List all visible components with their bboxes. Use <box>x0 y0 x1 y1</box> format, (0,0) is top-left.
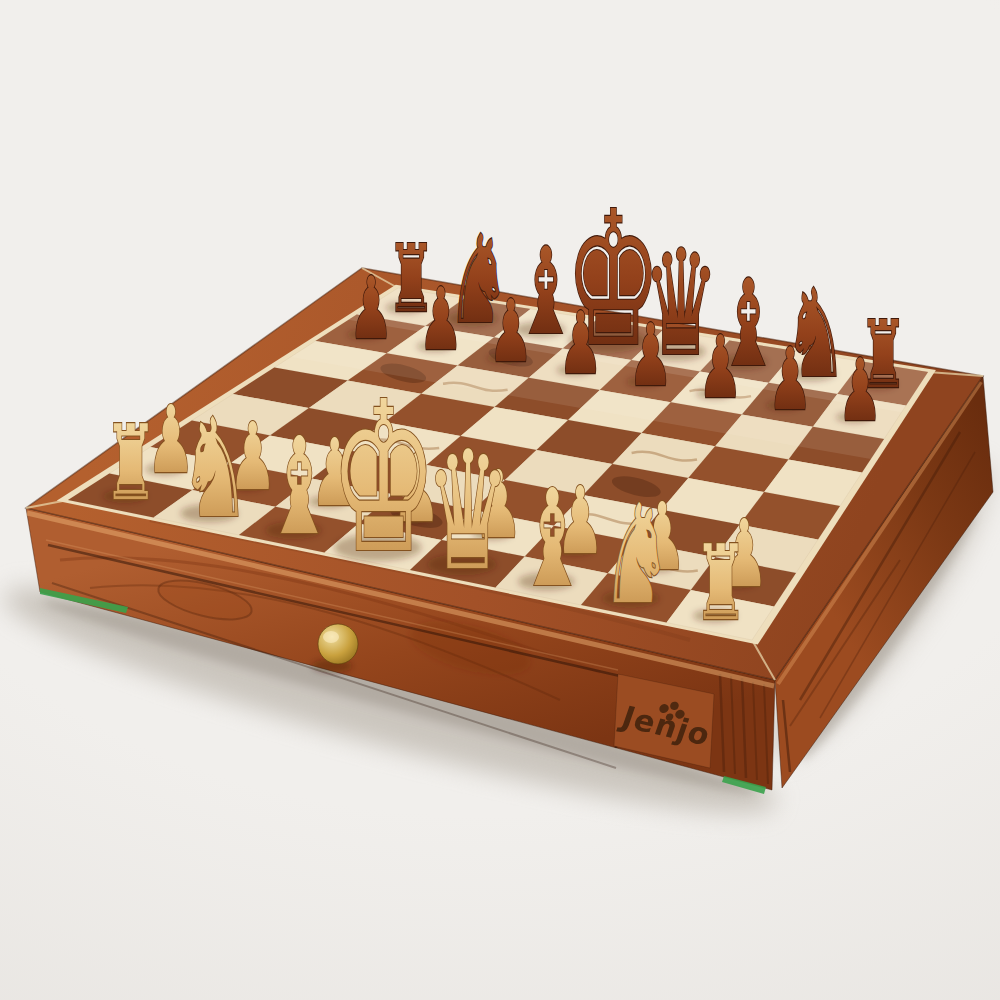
product-photo-scene: Jenjo <box>0 0 1000 1000</box>
piece-black-pawn: ♟ <box>349 258 394 358</box>
piece-black-pawn: ♟ <box>628 305 673 405</box>
piece-white-rook: ♜ <box>104 403 158 524</box>
piece-white-knight: ♞ <box>601 474 672 633</box>
piece-black-pawn: ♟ <box>488 282 533 382</box>
piece-white-queen: ♛ <box>425 416 510 607</box>
piece-white-rook: ♜ <box>694 522 748 643</box>
piece-black-pawn: ♟ <box>838 341 883 441</box>
piece-white-bishop: ♝ <box>517 460 587 617</box>
piece-black-pawn: ♟ <box>698 317 743 417</box>
piece-black-pawn: ♟ <box>419 270 464 370</box>
piece-white-bishop: ♝ <box>265 409 335 566</box>
chess-set-photo: Jenjo <box>0 0 1000 1000</box>
piece-black-pawn: ♟ <box>558 294 603 394</box>
piece-black-pawn: ♟ <box>768 329 813 429</box>
piece-white-king: ♚ <box>330 357 438 599</box>
piece-white-knight: ♞ <box>179 389 250 548</box>
